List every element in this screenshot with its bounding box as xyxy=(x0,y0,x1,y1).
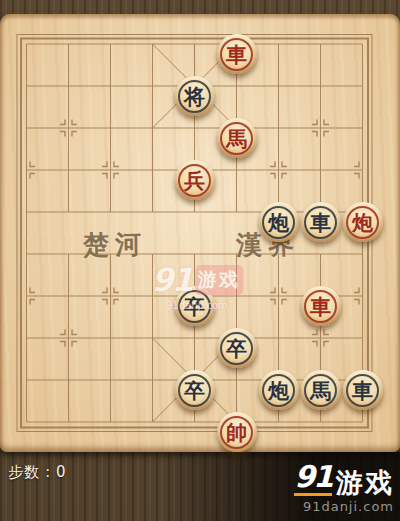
piece-black-soldier-1[interactable]: 卒 xyxy=(175,286,215,326)
logo-brand-cn: 游戏 xyxy=(336,469,394,496)
move-counter: 步数：0 xyxy=(8,463,67,482)
move-counter-value: 0 xyxy=(56,463,67,481)
piece-black-cannon-1[interactable]: 炮 xyxy=(259,202,299,242)
piece-black-soldier-2[interactable]: 卒 xyxy=(217,328,257,368)
piece-glyph: 炮 xyxy=(352,212,373,233)
piece-glyph: 車 xyxy=(226,44,247,65)
piece-glyph: 将 xyxy=(184,86,205,107)
piece-glyph: 馬 xyxy=(310,380,331,401)
piece-red-general[interactable]: 帥 xyxy=(217,412,257,452)
piece-glyph: 卒 xyxy=(184,380,205,401)
move-counter-label: 步数： xyxy=(8,463,56,481)
piece-glyph: 兵 xyxy=(184,170,205,191)
piece-glyph: 馬 xyxy=(226,128,247,149)
piece-glyph: 帥 xyxy=(226,422,247,443)
piece-black-horse[interactable]: 馬 xyxy=(301,370,341,410)
site-logo: 91 游戏 91danji.com xyxy=(294,462,394,514)
piece-red-chariot-2[interactable]: 車 xyxy=(301,286,341,326)
piece-glyph: 卒 xyxy=(184,296,205,317)
xiangqi-board: 楚河 漢界 車将馬兵炮車炮卒車卒卒炮馬車帥 91 游戏 91danji.com xyxy=(0,14,400,452)
piece-black-soldier-3[interactable]: 卒 xyxy=(175,370,215,410)
board-intersections-grid: 車将馬兵炮車炮卒車卒卒炮馬車帥 xyxy=(6,37,384,457)
piece-glyph: 車 xyxy=(310,212,331,233)
piece-red-cannon-1[interactable]: 炮 xyxy=(343,202,383,242)
status-bar: 步数：0 91 游戏 91danji.com xyxy=(0,452,400,521)
piece-black-general[interactable]: 将 xyxy=(175,76,215,116)
piece-red-soldier[interactable]: 兵 xyxy=(175,160,215,200)
piece-black-chariot-2[interactable]: 車 xyxy=(343,370,383,410)
logo-brand-number: 91 xyxy=(294,462,332,496)
piece-glyph: 卒 xyxy=(226,338,247,359)
piece-red-chariot-1[interactable]: 車 xyxy=(217,34,257,74)
piece-glyph: 炮 xyxy=(268,380,289,401)
piece-black-cannon-2[interactable]: 炮 xyxy=(259,370,299,410)
logo-domain: 91danji.com xyxy=(294,499,394,514)
piece-black-chariot-1[interactable]: 車 xyxy=(301,202,341,242)
piece-glyph: 車 xyxy=(352,380,373,401)
piece-glyph: 車 xyxy=(310,296,331,317)
piece-glyph: 炮 xyxy=(268,212,289,233)
piece-red-horse[interactable]: 馬 xyxy=(217,118,257,158)
